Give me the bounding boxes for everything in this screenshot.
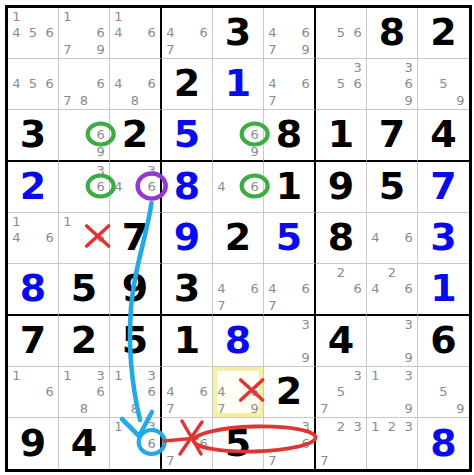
pencil-marks: 4679 — [264, 8, 314, 58]
pencil-mark-1: 1 — [110, 418, 127, 435]
pencil-mark-1: 1 — [8, 213, 25, 230]
cell-r1c5[interactable]: 3 — [213, 8, 264, 59]
pencil-mark-6: 6 — [195, 25, 212, 42]
pencil-mark-3: 3 — [349, 367, 366, 384]
cell-r9c7[interactable]: 237 — [316, 418, 367, 469]
solved-digit: 8 — [418, 418, 469, 469]
pencil-mark-2: 2 — [333, 264, 350, 281]
pencil-mark-8: 8 — [76, 92, 93, 109]
pencil-mark-7: 7 — [213, 297, 230, 314]
pencil-mark-6: 6 — [41, 76, 58, 93]
cell-r7c1[interactable]: 7 — [8, 316, 59, 367]
pencil-mark-6: 6 — [297, 25, 314, 42]
pencil-mark-7: 7 — [59, 41, 76, 58]
given-digit: 8 — [264, 110, 314, 160]
pencil-mark-6: 6 — [143, 384, 160, 401]
cell-r6c7[interactable]: 26 — [316, 264, 367, 316]
pencil-marks: 16 — [59, 213, 109, 263]
cell-r3c4[interactable]: 5 — [162, 110, 213, 162]
given-digit: 1 — [162, 316, 212, 366]
pencil-mark-9: 9 — [92, 143, 109, 160]
cell-r8c1[interactable]: 16 — [8, 367, 59, 418]
pencil-mark-9: 9 — [400, 400, 417, 417]
cell-r7c6[interactable]: 39 — [264, 316, 316, 367]
pencil-marks: 467 — [264, 264, 314, 314]
pencil-mark-6: 6 — [92, 76, 109, 93]
cell-r2c6[interactable]: 467 — [264, 59, 316, 110]
cell-r1c7[interactable]: 56 — [316, 8, 367, 59]
pencil-mark-6: 6 — [92, 230, 109, 247]
pencil-marks: 369 — [367, 59, 417, 109]
pencil-marks: 26 — [316, 264, 366, 314]
pencil-mark-6: 6 — [195, 384, 212, 401]
cell-r3c7[interactable]: 1 — [316, 110, 367, 162]
cell-r7c4[interactable]: 1 — [162, 316, 213, 367]
pencil-mark-4: 4 — [213, 384, 230, 401]
pencil-mark-5: 5 — [333, 25, 350, 42]
given-digit: 1 — [316, 110, 366, 160]
solved-digit: 5 — [264, 213, 314, 263]
pencil-marks: 1679 — [59, 8, 109, 58]
given-digit: 3 — [8, 110, 58, 160]
pencil-marks: 36 — [59, 162, 109, 212]
pencil-mark-5: 5 — [25, 25, 42, 42]
cell-r6c2[interactable]: 5 — [59, 264, 110, 316]
pencil-mark-6: 6 — [349, 76, 366, 93]
pencil-marks: 46 — [367, 213, 417, 263]
pencil-mark-1: 1 — [59, 8, 76, 25]
pencil-mark-4: 4 — [8, 76, 25, 93]
pencil-marks: 69 — [59, 110, 109, 160]
cell-r4c6[interactable]: 1 — [264, 162, 316, 213]
pencil-mark-3: 3 — [143, 367, 160, 384]
sudoku-board: 1456167914646734679568245667846821467356… — [5, 5, 472, 472]
cell-r7c8[interactable]: 39 — [367, 316, 418, 367]
pencil-marks: 123 — [367, 418, 417, 469]
solved-digit: 1 — [213, 59, 263, 109]
cell-r4c9[interactable]: 7 — [418, 162, 469, 213]
pencil-mark-9: 9 — [452, 92, 469, 109]
given-digit: 5 — [213, 418, 263, 469]
pencil-marks: 56 — [316, 8, 366, 58]
pencil-marks: 456 — [8, 59, 58, 109]
pencil-marks: 59 — [418, 59, 469, 109]
given-digit: 7 — [8, 316, 58, 366]
cell-r7c2[interactable]: 2 — [59, 316, 110, 367]
given-digit: 5 — [59, 264, 109, 314]
pencil-marks: 467 — [264, 59, 314, 109]
given-digit: 3 — [162, 264, 212, 314]
pencil-mark-4: 4 — [8, 25, 25, 42]
cell-r6c1[interactable]: 8 — [8, 264, 59, 316]
pencil-mark-4: 4 — [213, 281, 230, 298]
given-digit: 2 — [162, 59, 212, 109]
pencil-mark-9: 9 — [452, 400, 469, 417]
pencil-marks: 678 — [59, 59, 109, 109]
pencil-marks: 467 — [213, 264, 263, 314]
pencil-mark-3: 3 — [400, 316, 417, 333]
cell-r9c8[interactable]: 123 — [367, 418, 418, 469]
cell-r2c8[interactable]: 369 — [367, 59, 418, 110]
pencil-mark-7: 7 — [162, 452, 179, 469]
pencil-mark-7: 7 — [316, 400, 333, 417]
cell-r1c1[interactable]: 1456 — [8, 8, 59, 59]
pencil-mark-6: 6 — [246, 179, 263, 196]
cell-r1c2[interactable]: 1679 — [59, 8, 110, 59]
cell-r5c5[interactable]: 2 — [213, 213, 264, 264]
pencil-mark-3: 3 — [143, 162, 160, 179]
pencil-mark-4: 4 — [110, 76, 127, 93]
pencil-marks: 467 — [162, 8, 212, 58]
pencil-marks: 237 — [316, 418, 366, 469]
cell-r6c8[interactable]: 246 — [367, 264, 418, 316]
pencil-mark-4: 4 — [264, 281, 281, 298]
pencil-mark-4: 4 — [110, 25, 127, 42]
pencil-mark-1: 1 — [8, 8, 25, 25]
pencil-mark-1: 1 — [110, 367, 127, 384]
pencil-mark-6: 6 — [400, 281, 417, 298]
pencil-mark-3: 3 — [92, 367, 109, 384]
pencil-mark-4: 4 — [8, 230, 25, 247]
cell-r4c4[interactable]: 8 — [162, 162, 213, 213]
pencil-mark-3: 3 — [349, 59, 366, 76]
pencil-marks: 39 — [264, 316, 314, 366]
pencil-mark-6: 6 — [92, 25, 109, 42]
given-digit: 2 — [110, 110, 160, 160]
cell-r5c7[interactable]: 8 — [316, 213, 367, 264]
pencil-mark-7: 7 — [264, 452, 281, 469]
cell-r1c8[interactable]: 8 — [367, 8, 418, 59]
pencil-mark-6: 6 — [195, 435, 212, 452]
cell-r2c3[interactable]: 468 — [110, 59, 162, 110]
cell-r8c7[interactable]: 357 — [316, 367, 367, 418]
pencil-mark-6: 6 — [246, 127, 263, 144]
cell-r5c3[interactable]: 7 — [110, 213, 162, 264]
pencil-mark-3: 3 — [297, 316, 314, 333]
cell-r6c6[interactable]: 467 — [264, 264, 316, 316]
pencil-mark-9: 9 — [246, 143, 263, 160]
cell-r1c3[interactable]: 146 — [110, 8, 162, 59]
pencil-mark-6: 6 — [246, 281, 263, 298]
pencil-mark-1: 1 — [59, 367, 76, 384]
cell-r9c5[interactable]: 5 — [213, 418, 264, 469]
cell-r3c6[interactable]: 8 — [264, 110, 316, 162]
pencil-mark-3: 3 — [400, 418, 417, 435]
given-digit: 4 — [59, 418, 109, 469]
pencil-mark-1: 1 — [110, 8, 127, 25]
cell-r3c2[interactable]: 69 — [59, 110, 110, 162]
cell-r5c8[interactable]: 46 — [367, 213, 418, 264]
pencil-mark-1: 1 — [367, 367, 384, 384]
cell-r8c9[interactable]: 59 — [418, 367, 469, 418]
pencil-marks: 69 — [213, 110, 263, 160]
cell-r8c8[interactable]: 139 — [367, 367, 418, 418]
cell-r5c4[interactable]: 9 — [162, 213, 213, 264]
pencil-marks: 16 — [8, 367, 58, 417]
cell-r4c5[interactable]: 46 — [213, 162, 264, 213]
given-digit: 2 — [213, 213, 263, 263]
cell-r9c1[interactable]: 9 — [8, 418, 59, 469]
pencil-mark-9: 9 — [92, 41, 109, 58]
pencil-mark-4: 4 — [162, 384, 179, 401]
pencil-mark-6: 6 — [41, 230, 58, 247]
pencil-mark-7: 7 — [264, 297, 281, 314]
pencil-mark-6: 6 — [297, 435, 314, 452]
pencil-marks: 1456 — [8, 8, 58, 58]
pencil-mark-4: 4 — [264, 25, 281, 42]
cell-r7c5[interactable]: 8 — [213, 316, 264, 367]
pencil-marks: 246 — [367, 264, 417, 314]
pencil-marks: 46 — [213, 162, 263, 212]
cell-r9c6[interactable]: 367 — [264, 418, 316, 469]
cell-r3c9[interactable]: 4 — [418, 110, 469, 162]
pencil-mark-7: 7 — [162, 400, 179, 417]
given-digit: 4 — [316, 316, 366, 366]
given-digit: 6 — [418, 316, 469, 366]
pencil-mark-6: 6 — [246, 384, 263, 401]
pencil-mark-6: 6 — [297, 281, 314, 298]
cell-r6c5[interactable]: 467 — [213, 264, 264, 316]
cell-r8c3[interactable]: 1368 — [110, 367, 162, 418]
given-digit: 2 — [59, 316, 109, 366]
solved-digit: 7 — [418, 162, 469, 212]
given-digit: 2 — [264, 367, 314, 417]
pencil-mark-4: 4 — [264, 76, 281, 93]
cell-r2c7[interactable]: 356 — [316, 59, 367, 110]
solved-digit: 8 — [213, 316, 263, 366]
given-digit: 4 — [418, 110, 469, 160]
pencil-mark-7: 7 — [316, 452, 333, 469]
pencil-mark-9: 9 — [400, 92, 417, 109]
given-digit: 5 — [110, 316, 160, 366]
pencil-mark-2: 2 — [384, 264, 401, 281]
cell-r2c1[interactable]: 456 — [8, 59, 59, 110]
cell-r4c7[interactable]: 9 — [316, 162, 367, 213]
pencil-marks: 1368 — [59, 367, 109, 417]
given-digit: 9 — [110, 264, 160, 314]
solved-digit: 9 — [162, 213, 212, 263]
cell-r6c4[interactable]: 3 — [162, 264, 213, 316]
given-digit: 5 — [367, 162, 417, 212]
solved-digit: 1 — [418, 264, 469, 314]
pencil-mark-6: 6 — [400, 76, 417, 93]
cell-r6c9[interactable]: 1 — [418, 264, 469, 316]
pencil-marks: 4679 — [213, 367, 263, 417]
cell-r5c9[interactable]: 3 — [418, 213, 469, 264]
cell-r7c9[interactable]: 6 — [418, 316, 469, 367]
given-digit: 8 — [316, 213, 366, 263]
pencil-marks: 139 — [367, 367, 417, 417]
cell-r5c2[interactable]: 16 — [59, 213, 110, 264]
pencil-mark-3: 3 — [143, 418, 160, 435]
cell-r5c6[interactable]: 5 — [264, 213, 316, 264]
pencil-marks: 467 — [162, 367, 212, 417]
pencil-mark-6: 6 — [92, 127, 109, 144]
given-digit: 8 — [367, 8, 417, 58]
pencil-mark-7: 7 — [59, 92, 76, 109]
pencil-mark-7: 7 — [264, 92, 281, 109]
pencil-mark-3: 3 — [297, 418, 314, 435]
cell-r8c5[interactable]: 4679 — [213, 367, 264, 418]
pencil-mark-6: 6 — [400, 230, 417, 247]
cell-r4c1[interactable]: 2 — [8, 162, 59, 213]
pencil-mark-6: 6 — [41, 384, 58, 401]
pencil-marks: 356 — [316, 59, 366, 109]
pencil-mark-1: 1 — [8, 367, 25, 384]
cell-r7c3[interactable]: 5 — [110, 316, 162, 367]
pencil-mark-6: 6 — [143, 76, 160, 93]
pencil-mark-3: 3 — [400, 367, 417, 384]
cell-r9c2[interactable]: 4 — [59, 418, 110, 469]
pencil-mark-4: 4 — [367, 281, 384, 298]
pencil-mark-5: 5 — [333, 76, 350, 93]
pencil-mark-8: 8 — [76, 400, 93, 417]
pencil-mark-6: 6 — [92, 384, 109, 401]
cell-r2c5[interactable]: 1 — [213, 59, 264, 110]
cell-r3c5[interactable]: 69 — [213, 110, 264, 162]
given-digit: 9 — [8, 418, 58, 469]
pencil-marks: 146 — [110, 8, 160, 58]
pencil-mark-6: 6 — [92, 179, 109, 196]
pencil-marks: 39 — [367, 316, 417, 366]
pencil-mark-6: 6 — [143, 435, 160, 452]
pencil-mark-6: 6 — [41, 25, 58, 42]
pencil-mark-9: 9 — [400, 349, 417, 366]
pencil-marks: 1368 — [110, 367, 160, 417]
pencil-mark-9: 9 — [297, 41, 314, 58]
given-digit: 7 — [367, 110, 417, 160]
pencil-mark-6: 6 — [349, 281, 366, 298]
pencil-mark-4: 4 — [367, 230, 384, 247]
solved-digit: 3 — [418, 213, 469, 263]
cell-r6c3[interactable]: 9 — [110, 264, 162, 316]
given-digit: 1 — [264, 162, 314, 212]
given-digit: 3 — [213, 8, 263, 58]
pencil-mark-4: 4 — [162, 25, 179, 42]
pencil-mark-4: 4 — [110, 179, 127, 196]
pencil-marks: 59 — [418, 367, 469, 417]
pencil-mark-3: 3 — [92, 162, 109, 179]
cell-r9c4[interactable]: 67 — [162, 418, 213, 469]
cell-r1c6[interactable]: 4679 — [264, 8, 316, 59]
pencil-mark-3: 3 — [400, 59, 417, 76]
pencil-mark-9: 9 — [246, 400, 263, 417]
given-digit: 2 — [418, 8, 469, 58]
cell-r2c4[interactable]: 2 — [162, 59, 213, 110]
pencil-mark-4: 4 — [213, 179, 230, 196]
pencil-mark-6: 6 — [349, 25, 366, 42]
cell-r8c6[interactable]: 2 — [264, 367, 316, 418]
cell-r2c9[interactable]: 59 — [418, 59, 469, 110]
cell-r8c4[interactable]: 467 — [162, 367, 213, 418]
solved-digit: 5 — [162, 110, 212, 160]
pencil-mark-9: 9 — [297, 349, 314, 366]
solved-digit: 8 — [162, 162, 212, 212]
pencil-marks: 357 — [316, 367, 366, 417]
pencil-mark-1: 1 — [59, 213, 76, 230]
cell-r4c8[interactable]: 5 — [367, 162, 418, 213]
given-digit: 9 — [316, 162, 366, 212]
pencil-mark-8: 8 — [127, 92, 144, 109]
pencil-mark-6: 6 — [297, 76, 314, 93]
pencil-mark-6: 6 — [143, 179, 160, 196]
cell-r3c3[interactable]: 2 — [110, 110, 162, 162]
cell-r1c9[interactable]: 2 — [418, 8, 469, 59]
cell-r4c2[interactable]: 36 — [59, 162, 110, 213]
pencil-marks: 136 — [110, 418, 160, 469]
solved-digit: 2 — [8, 162, 58, 212]
cell-r2c2[interactable]: 678 — [59, 59, 110, 110]
cell-r3c8[interactable]: 7 — [367, 110, 418, 162]
pencil-mark-5: 5 — [25, 76, 42, 93]
pencil-mark-7: 7 — [162, 41, 179, 58]
pencil-mark-7: 7 — [264, 41, 281, 58]
cell-r4c3[interactable]: 346 — [110, 162, 162, 213]
pencil-marks: 367 — [264, 418, 314, 469]
cell-r9c3[interactable]: 136 — [110, 418, 162, 469]
sudoku-app-window: 1456167914646734679568245667846821467356… — [0, 0, 474, 475]
pencil-mark-5: 5 — [435, 76, 452, 93]
pencil-mark-5: 5 — [435, 384, 452, 401]
solved-digit: 8 — [8, 264, 58, 314]
cell-r3c1[interactable]: 3 — [8, 110, 59, 162]
pencil-marks: 146 — [8, 213, 58, 263]
pencil-mark-3: 3 — [349, 418, 366, 435]
pencil-mark-7: 7 — [213, 400, 230, 417]
pencil-mark-8: 8 — [127, 400, 144, 417]
pencil-mark-1: 1 — [367, 418, 384, 435]
cell-r9c9[interactable]: 8 — [418, 418, 469, 469]
cell-r5c1[interactable]: 146 — [8, 213, 59, 264]
pencil-marks: 468 — [110, 59, 160, 109]
pencil-mark-2: 2 — [384, 418, 401, 435]
pencil-marks: 346 — [110, 162, 160, 212]
pencil-mark-5: 5 — [333, 384, 350, 401]
pencil-mark-2: 2 — [333, 418, 350, 435]
given-digit: 7 — [110, 213, 160, 263]
pencil-marks: 67 — [162, 418, 212, 469]
cell-r1c4[interactable]: 467 — [162, 8, 213, 59]
cell-r8c2[interactable]: 1368 — [59, 367, 110, 418]
cell-r7c7[interactable]: 4 — [316, 316, 367, 367]
pencil-mark-6: 6 — [143, 25, 160, 42]
